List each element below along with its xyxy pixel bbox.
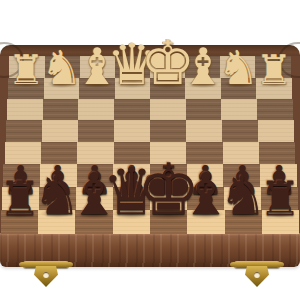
piece-shadow xyxy=(114,79,150,89)
piece-shadow xyxy=(267,190,293,197)
clasp-hole xyxy=(43,272,49,278)
piece-shadow xyxy=(261,80,287,87)
piece-shadow xyxy=(226,209,260,218)
clasp-bar-end xyxy=(66,262,73,267)
product-photo: ♜♞♝♛♚♝♞♜♟♟♟♟♟♟♟♟♜♞♝♛♚♝♞♜ xyxy=(0,0,300,300)
piece-shadow xyxy=(40,209,74,218)
piece-shadow xyxy=(148,79,187,89)
piece-shadow xyxy=(193,190,219,197)
piece-shadow xyxy=(82,190,108,197)
brass-clasp-right xyxy=(230,259,284,291)
clasp-bar-end xyxy=(277,262,284,267)
piece-shadow xyxy=(265,210,295,218)
piece-shadow xyxy=(187,209,224,219)
clasp-bar-end xyxy=(19,262,26,267)
piece-shadow xyxy=(8,190,34,197)
piece-shadow xyxy=(224,80,254,88)
piece-shadow xyxy=(187,80,219,89)
piece-shadow xyxy=(156,190,182,197)
piece-shadow xyxy=(45,190,71,197)
piece-shadow xyxy=(5,210,35,218)
piece-shadow xyxy=(146,208,191,220)
piece-shadow xyxy=(47,80,77,88)
piece-shadow xyxy=(76,209,113,219)
piece-shadow xyxy=(119,190,145,197)
piece-shadow xyxy=(230,190,256,197)
brass-clasp-left xyxy=(19,259,73,291)
piece-shadow xyxy=(13,80,39,87)
piece-shadow xyxy=(81,80,113,89)
clasp-hole xyxy=(254,272,260,278)
pieces-layer: ♜♞♝♛♚♝♞♜♟♟♟♟♟♟♟♟♜♞♝♛♚♝♞♜ xyxy=(0,0,300,300)
clasp-pendant xyxy=(34,266,58,287)
clasp-bar-end xyxy=(230,262,237,267)
clasp-pendant xyxy=(245,266,269,287)
